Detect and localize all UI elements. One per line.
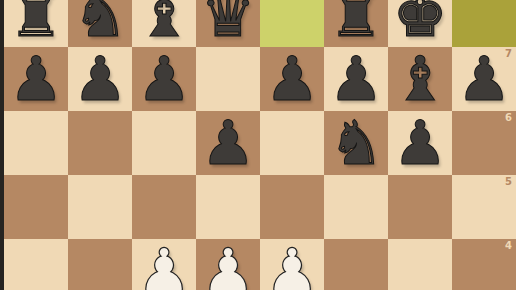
square-f7[interactable]: ♟ [324,47,388,111]
square-a6[interactable] [4,111,68,175]
chess-board: ♜♞♝♛♜♚♟♟♟♟♟♝♟7♟♞♟65♟♟♟4 [4,0,516,290]
piece-black-bishop-c8[interactable]: ♝ [137,0,192,47]
rank-label-4: 4 [505,240,512,252]
square-d7[interactable] [196,47,260,111]
square-g4[interactable] [388,239,452,290]
square-c6[interactable] [132,111,196,175]
square-d5[interactable] [196,175,260,239]
square-a5[interactable] [4,175,68,239]
square-e5[interactable] [260,175,324,239]
square-f4[interactable] [324,239,388,290]
piece-black-pawn-f7[interactable]: ♟ [329,47,384,111]
rank-label-7: 7 [505,48,512,60]
square-a4[interactable] [4,239,68,290]
square-a7[interactable]: ♟ [4,47,68,111]
piece-black-pawn-c7[interactable]: ♟ [137,47,192,111]
square-c7[interactable]: ♟ [132,47,196,111]
piece-black-rook-a8[interactable]: ♜ [9,0,64,47]
square-b7[interactable]: ♟ [68,47,132,111]
rank-label-5: 5 [505,176,512,188]
piece-black-rook-f8[interactable]: ♜ [329,0,384,47]
square-d6[interactable]: ♟ [196,111,260,175]
piece-black-pawn-a7[interactable]: ♟ [9,47,64,111]
piece-black-pawn-b7[interactable]: ♟ [73,47,128,111]
square-b4[interactable] [68,239,132,290]
square-g6[interactable]: ♟ [388,111,452,175]
piece-white-pawn-c4[interactable]: ♟ [137,239,192,290]
square-h4[interactable]: 4 [452,239,516,290]
square-g7[interactable]: ♝ [388,47,452,111]
square-c5[interactable] [132,175,196,239]
piece-black-knight-b8[interactable]: ♞ [73,0,128,47]
square-e4[interactable]: ♟ [260,239,324,290]
piece-black-king-g8[interactable]: ♚ [393,0,448,47]
chess-app-screen: ♜♞♝♛♜♚♟♟♟♟♟♝♟7♟♞♟65♟♟♟4 [0,0,516,290]
square-c8[interactable]: ♝ [132,0,196,47]
piece-black-queen-d8[interactable]: ♛ [201,0,256,47]
square-d8[interactable]: ♛ [196,0,260,47]
square-h8[interactable] [452,0,516,47]
piece-black-pawn-d6[interactable]: ♟ [201,111,256,175]
piece-black-pawn-h7[interactable]: ♟ [457,47,512,111]
piece-black-knight-f6[interactable]: ♞ [329,111,384,175]
square-b6[interactable] [68,111,132,175]
square-g8[interactable]: ♚ [388,0,452,47]
piece-white-pawn-e4[interactable]: ♟ [265,239,320,290]
piece-black-pawn-e7[interactable]: ♟ [265,47,320,111]
square-e7[interactable]: ♟ [260,47,324,111]
square-e6[interactable] [260,111,324,175]
piece-black-bishop-g7[interactable]: ♝ [393,47,448,111]
square-h6[interactable]: 6 [452,111,516,175]
square-b5[interactable] [68,175,132,239]
square-a8[interactable]: ♜ [4,0,68,47]
square-g5[interactable] [388,175,452,239]
rank-label-6: 6 [505,112,512,124]
square-b8[interactable]: ♞ [68,0,132,47]
square-c4[interactable]: ♟ [132,239,196,290]
square-f5[interactable] [324,175,388,239]
square-f8[interactable]: ♜ [324,0,388,47]
square-d4[interactable]: ♟ [196,239,260,290]
square-h7[interactable]: ♟7 [452,47,516,111]
square-h5[interactable]: 5 [452,175,516,239]
piece-black-pawn-g6[interactable]: ♟ [393,111,448,175]
square-e8[interactable] [260,0,324,47]
piece-white-pawn-d4[interactable]: ♟ [201,239,256,290]
square-f6[interactable]: ♞ [324,111,388,175]
